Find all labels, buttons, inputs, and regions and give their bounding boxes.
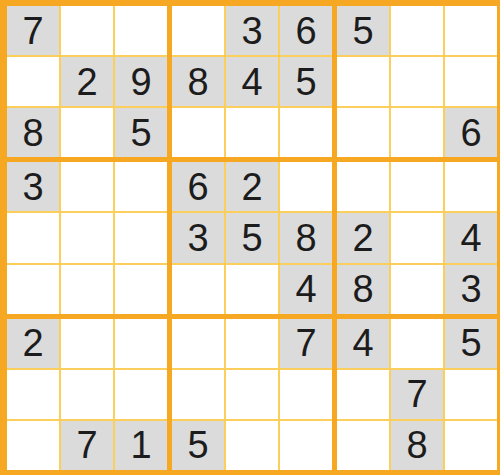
cell-r3c6[interactable] — [280, 108, 332, 157]
cell-r9c7[interactable] — [337, 421, 389, 470]
cell-r6c2[interactable] — [61, 265, 113, 314]
cell-r5c3[interactable] — [115, 213, 167, 262]
cell-r3c2[interactable] — [61, 108, 113, 157]
cell-r9c1[interactable] — [7, 421, 59, 470]
box-2-1: 3 — [7, 162, 167, 313]
cell-r1c3[interactable] — [115, 6, 167, 55]
cell-r9c5[interactable] — [226, 421, 278, 470]
cell-r5c4[interactable]: 3 — [172, 213, 224, 262]
cell-r4c2[interactable] — [61, 162, 113, 211]
cell-r5c5[interactable]: 5 — [226, 213, 278, 262]
cell-r6c8[interactable] — [391, 265, 443, 314]
cell-r2c8[interactable] — [391, 57, 443, 106]
cell-r6c1[interactable] — [7, 265, 59, 314]
cell-r3c5[interactable] — [226, 108, 278, 157]
cell-r1c5[interactable]: 3 — [226, 6, 278, 55]
cell-r2c7[interactable] — [337, 57, 389, 106]
cell-r1c1[interactable]: 7 — [7, 6, 59, 55]
cell-r8c6[interactable] — [280, 370, 332, 419]
cell-r5c6[interactable]: 8 — [280, 213, 332, 262]
cell-r9c3[interactable]: 1 — [115, 421, 167, 470]
cell-r5c1[interactable] — [7, 213, 59, 262]
cell-r7c5[interactable] — [226, 319, 278, 368]
cell-r6c9[interactable]: 3 — [445, 265, 497, 314]
cell-r3c9[interactable]: 6 — [445, 108, 497, 157]
box-1-1: 72985 — [7, 6, 167, 157]
cell-r3c8[interactable] — [391, 108, 443, 157]
box-2-2: 623584 — [172, 162, 332, 313]
cell-r7c6[interactable]: 7 — [280, 319, 332, 368]
cell-r7c2[interactable] — [61, 319, 113, 368]
sudoku-board: 72985368455636235842483271754578 — [0, 0, 500, 475]
cell-r4c9[interactable] — [445, 162, 497, 211]
cell-r8c4[interactable] — [172, 370, 224, 419]
cell-r9c8[interactable]: 8 — [391, 421, 443, 470]
cell-r5c8[interactable] — [391, 213, 443, 262]
cell-r2c5[interactable]: 4 — [226, 57, 278, 106]
cell-r8c8[interactable]: 7 — [391, 370, 443, 419]
cell-r5c7[interactable]: 2 — [337, 213, 389, 262]
cell-r6c3[interactable] — [115, 265, 167, 314]
cell-r6c7[interactable]: 8 — [337, 265, 389, 314]
box-3-2: 75 — [172, 319, 332, 470]
cell-r2c2[interactable]: 2 — [61, 57, 113, 106]
cell-r7c8[interactable] — [391, 319, 443, 368]
cell-r1c6[interactable]: 6 — [280, 6, 332, 55]
cell-r1c9[interactable] — [445, 6, 497, 55]
cell-r8c3[interactable] — [115, 370, 167, 419]
box-3-3: 4578 — [337, 319, 497, 470]
cell-r4c6[interactable] — [280, 162, 332, 211]
cell-r8c2[interactable] — [61, 370, 113, 419]
box-3-1: 271 — [7, 319, 167, 470]
box-1-2: 36845 — [172, 6, 332, 157]
cell-r2c9[interactable] — [445, 57, 497, 106]
cell-r4c5[interactable]: 2 — [226, 162, 278, 211]
cell-r2c1[interactable] — [7, 57, 59, 106]
cell-r5c9[interactable]: 4 — [445, 213, 497, 262]
cell-r3c3[interactable]: 5 — [115, 108, 167, 157]
box-1-3: 56 — [337, 6, 497, 157]
box-2-3: 2483 — [337, 162, 497, 313]
cell-r8c1[interactable] — [7, 370, 59, 419]
cell-r1c7[interactable]: 5 — [337, 6, 389, 55]
cell-r9c6[interactable] — [280, 421, 332, 470]
cell-r8c7[interactable] — [337, 370, 389, 419]
cell-r1c8[interactable] — [391, 6, 443, 55]
cell-r1c2[interactable] — [61, 6, 113, 55]
cell-r7c9[interactable]: 5 — [445, 319, 497, 368]
cell-r4c4[interactable]: 6 — [172, 162, 224, 211]
cell-r7c4[interactable] — [172, 319, 224, 368]
cell-r4c1[interactable]: 3 — [7, 162, 59, 211]
cell-r3c1[interactable]: 8 — [7, 108, 59, 157]
cell-r6c5[interactable] — [226, 265, 278, 314]
cell-r8c5[interactable] — [226, 370, 278, 419]
cell-r7c1[interactable]: 2 — [7, 319, 59, 368]
cell-r4c7[interactable] — [337, 162, 389, 211]
cell-r7c7[interactable]: 4 — [337, 319, 389, 368]
cell-r5c2[interactable] — [61, 213, 113, 262]
cell-r2c3[interactable]: 9 — [115, 57, 167, 106]
cell-r3c7[interactable] — [337, 108, 389, 157]
cell-r4c3[interactable] — [115, 162, 167, 211]
cell-r2c6[interactable]: 5 — [280, 57, 332, 106]
cell-r4c8[interactable] — [391, 162, 443, 211]
cell-r8c9[interactable] — [445, 370, 497, 419]
cell-r9c2[interactable]: 7 — [61, 421, 113, 470]
cell-r9c9[interactable] — [445, 421, 497, 470]
cell-r7c3[interactable] — [115, 319, 167, 368]
cell-r6c6[interactable]: 4 — [280, 265, 332, 314]
cell-r9c4[interactable]: 5 — [172, 421, 224, 470]
cell-r2c4[interactable]: 8 — [172, 57, 224, 106]
cell-r1c4[interactable] — [172, 6, 224, 55]
cell-r6c4[interactable] — [172, 265, 224, 314]
cell-r3c4[interactable] — [172, 108, 224, 157]
